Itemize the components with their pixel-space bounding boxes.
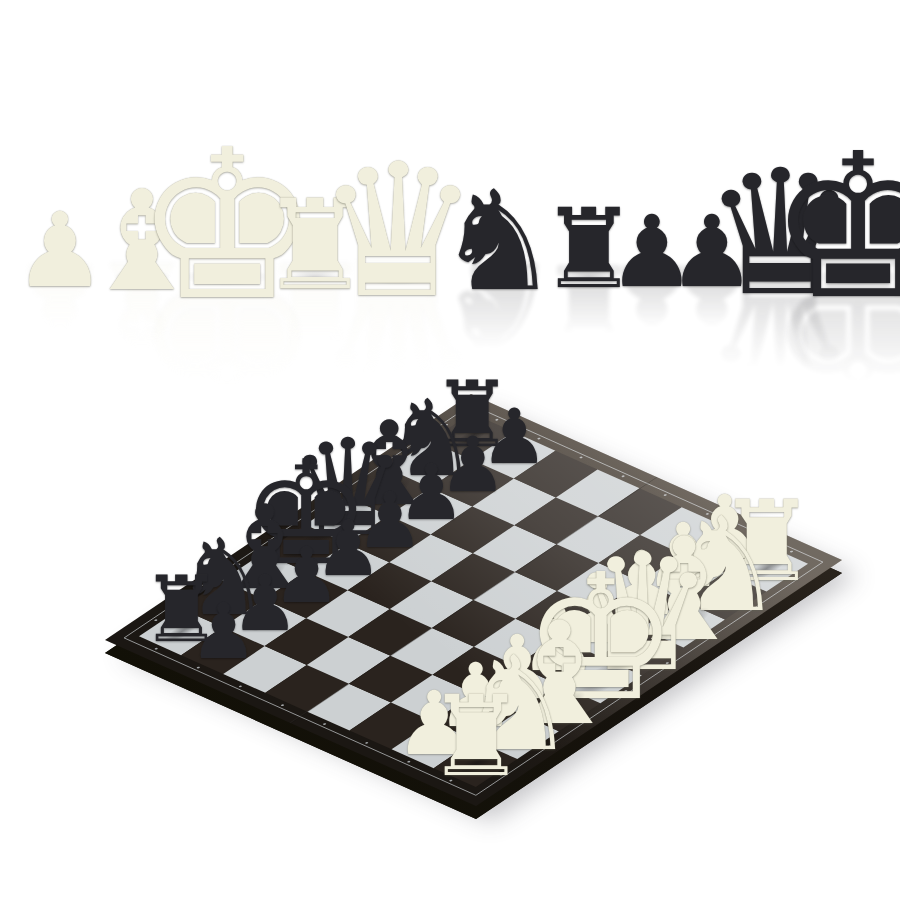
frame-rivet-dot <box>322 723 326 725</box>
frame-rivet-dot <box>579 456 583 458</box>
frame-rivet-dot <box>364 742 368 744</box>
chess-board: ♜♞♝♛♚♝♞♜♟♟♟♟♟♟♟♟♟♟♟♟♟♟♟♟♜♞♝♛♚♝♞♜ <box>105 394 842 806</box>
frame-rivet-dot <box>238 685 242 687</box>
board-pieces: ♜♞♝♛♚♝♞♜♟♟♟♟♟♟♟♟♟♟♟♟♟♟♟♟♜♞♝♛♚♝♞♜ <box>139 413 808 787</box>
pawn-icon: ♟ <box>189 594 257 670</box>
frame-rivet-dot <box>280 704 284 706</box>
chess-board-scene: ♜♞♝♛♚♝♞♜♟♟♟♟♟♟♟♟♟♟♟♟♟♟♟♟♜♞♝♛♚♝♞♜ <box>0 0 900 900</box>
frame-rivet-dot <box>621 475 625 477</box>
rook-icon: ♜ <box>426 681 526 792</box>
product-photo: ♟♟♝♝♚♚♜♜♛♛ ♞♞♜♜♟♟♟♟♛♛♚♚ ♜♞♝♛♚♝♞♜♟♟♟♟♟♟♟♟… <box>0 0 900 900</box>
